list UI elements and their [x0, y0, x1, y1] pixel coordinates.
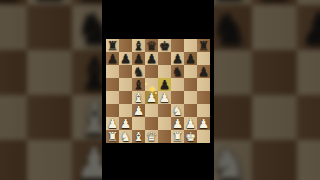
video-frame[interactable]: ♜♝♛♚♜♟♟♟♟♟♟♞♞♟♝♟♝♟♟♟♞♟♟♟♟♟♜♞♝♛♜♚ ♜♝♛♚♜♟♟…: [0, 0, 320, 180]
piece-black-pawn-f7: ♟: [172, 52, 183, 65]
bg-square-h5: [297, 50, 320, 95]
square-b7: ♟: [119, 52, 132, 65]
square-b8: [119, 39, 132, 52]
bg-square-a3: [0, 140, 27, 180]
square-c8: ♝: [132, 39, 145, 52]
square-h1: [197, 130, 210, 143]
square-e1: [158, 130, 171, 143]
square-e2: [158, 117, 171, 130]
piece-black-pawn-g7: ♟: [185, 52, 196, 65]
bg-square-h3: [297, 140, 320, 180]
sparkle-dot-icon: [145, 83, 147, 85]
square-d2: [145, 117, 158, 130]
chess-board: ♜♝♛♚♜♟♟♟♟♟♟♞♞♟♝♟♝♟♟♟♞♟♟♟♟♟♜♞♝♛♜♚: [106, 39, 210, 143]
piece-black-rook-h8: ♜: [198, 39, 209, 52]
square-c1: ♝: [132, 130, 145, 143]
piece-black-bishop-c8: ♝: [133, 39, 144, 52]
piece-white-pawn-b2: ♟: [120, 117, 131, 130]
square-e3: [158, 104, 171, 117]
piece-black-pawn-d7: ♟: [146, 52, 157, 65]
piece-black-queen-d8: ♛: [146, 39, 157, 52]
square-e4: ♟: [158, 91, 171, 104]
square-d4: ♟: [145, 91, 158, 104]
bg-square-g6: [252, 5, 297, 50]
square-d6: [145, 65, 158, 78]
square-a1: ♜: [106, 130, 119, 143]
piece-black-king-e8: ♚: [159, 39, 170, 52]
piece-white-pawn-d4: ♟: [146, 91, 157, 104]
square-g6: [184, 65, 197, 78]
piece-black-pawn-e5: ♟: [159, 78, 170, 91]
square-a8: ♜: [106, 39, 119, 52]
square-h5: [197, 78, 210, 91]
piece-black-bishop-c5: ♝: [133, 78, 144, 91]
bg-square-b4: [27, 95, 72, 140]
square-e8: ♚: [158, 39, 171, 52]
square-b2: ♟: [119, 117, 132, 130]
piece-white-bishop-c4: ♝: [133, 91, 144, 104]
bg-square-g4: [252, 95, 297, 140]
square-e5: ♟: [158, 78, 171, 91]
square-h2: ♟: [197, 117, 210, 130]
piece-black-pawn-c7: ♟: [133, 52, 144, 65]
square-g8: [184, 39, 197, 52]
square-a3: [106, 104, 119, 117]
square-e6: [158, 65, 171, 78]
square-b6: [119, 65, 132, 78]
square-g3: [184, 104, 197, 117]
square-g1: ♚: [184, 130, 197, 143]
square-g4: [184, 91, 197, 104]
square-d7: ♟: [145, 52, 158, 65]
piece-white-pawn-f2: ♟: [172, 117, 183, 130]
piece-white-pawn-h2: ♟: [198, 117, 209, 130]
piece-white-knight-b1: ♞: [120, 130, 131, 143]
piece-white-rook-f1: ♜: [172, 130, 183, 143]
bg-square-a4: [0, 95, 27, 140]
square-b3: [119, 104, 132, 117]
square-a4: [106, 91, 119, 104]
square-f3: ♞: [171, 104, 184, 117]
piece-white-knight-f3: ♞: [172, 104, 183, 117]
square-d1: ♛: [145, 130, 158, 143]
square-b1: ♞: [119, 130, 132, 143]
square-e7: [158, 52, 171, 65]
bg-square-a6: [0, 5, 27, 50]
square-d3: [145, 104, 158, 117]
square-c3: ♟: [132, 104, 145, 117]
square-c6: ♞: [132, 65, 145, 78]
piece-white-pawn-e4: ♟: [159, 91, 170, 104]
square-c2: [132, 117, 145, 130]
piece-white-pawn-c3: ♟: [133, 104, 144, 117]
square-g5: [184, 78, 197, 91]
square-f2: ♟: [171, 117, 184, 130]
square-h3: [197, 104, 210, 117]
bg-square-b3: [27, 140, 72, 180]
piece-white-pawn-a2: ♟: [107, 117, 118, 130]
square-a6: [106, 65, 119, 78]
square-c5: ♝: [132, 78, 145, 91]
square-d5: [145, 78, 158, 91]
square-a2: ♟: [106, 117, 119, 130]
bg-square-g3: [252, 140, 297, 180]
bg-square-a5: [0, 50, 27, 95]
piece-black-rook-a8: ♜: [107, 39, 118, 52]
bg-piece-black-pawn-h6: ♟: [300, 5, 320, 50]
piece-black-knight-c6: ♞: [133, 65, 144, 78]
piece-white-queen-d1: ♛: [146, 130, 157, 143]
square-f5: [171, 78, 184, 91]
bg-square-h4: [297, 95, 320, 140]
square-g7: ♟: [184, 52, 197, 65]
square-f4: [171, 91, 184, 104]
square-a7: ♟: [106, 52, 119, 65]
piece-black-pawn-b7: ♟: [120, 52, 131, 65]
square-c7: ♟: [132, 52, 145, 65]
square-d8: ♛: [145, 39, 158, 52]
square-f1: ♜: [171, 130, 184, 143]
square-h6: ♟: [197, 65, 210, 78]
square-h7: [197, 52, 210, 65]
piece-white-rook-a1: ♜: [107, 130, 118, 143]
bg-piece-black-knight-f6: ♞: [210, 5, 249, 50]
square-f6: ♞: [171, 65, 184, 78]
bg-square-b6: [27, 5, 72, 50]
square-f7: ♟: [171, 52, 184, 65]
square-h8: ♜: [197, 39, 210, 52]
square-b4: [119, 91, 132, 104]
piece-white-bishop-c1: ♝: [133, 130, 144, 143]
square-a5: [106, 78, 119, 91]
piece-white-pawn-g2: ♟: [185, 117, 196, 130]
square-g2: ♟: [184, 117, 197, 130]
bg-square-b5: [27, 50, 72, 95]
square-b5: [119, 78, 132, 91]
bg-square-g5: [252, 50, 297, 95]
bg-piece-white-knight-f3: ♞: [210, 140, 249, 180]
piece-black-knight-f6: ♞: [172, 65, 183, 78]
square-c4: ♝: [132, 91, 145, 104]
square-h4: [197, 91, 210, 104]
piece-black-pawn-h6: ♟: [198, 65, 209, 78]
bg-square-h6: ♟: [297, 5, 320, 50]
piece-white-king-g1: ♚: [185, 130, 196, 143]
piece-black-pawn-a7: ♟: [107, 52, 118, 65]
square-f8: [171, 39, 184, 52]
